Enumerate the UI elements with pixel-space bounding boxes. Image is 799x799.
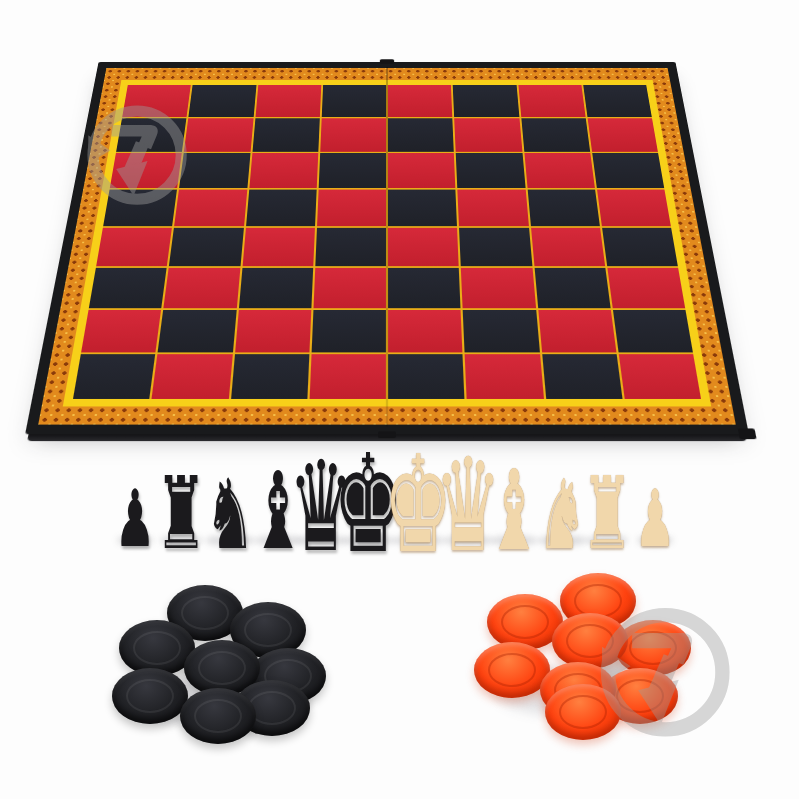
checker-disc-red — [615, 620, 691, 676]
board-square-0-2 — [255, 85, 321, 117]
board-square-6-5 — [463, 310, 539, 352]
board-square-1-7 — [587, 118, 657, 151]
product-photo-scene: ♟♜♞♝♛♚♚♛♝♞♜♟ — [0, 0, 799, 799]
board-square-3-3 — [317, 190, 386, 227]
board-square-1-6 — [521, 118, 590, 151]
board-square-1-4 — [388, 118, 454, 151]
board-square-7-7 — [619, 354, 701, 399]
checker-disc-black — [119, 620, 195, 676]
board-square-4-1 — [169, 228, 243, 266]
board-hinge-top — [380, 59, 394, 63]
board-corner-clasp — [738, 428, 757, 439]
checker-disc-black — [230, 602, 306, 658]
checker-disc-red — [602, 668, 678, 724]
checker-disc-black — [180, 688, 256, 744]
chess-piece-black-bishop: ♝ — [250, 458, 306, 565]
board-square-2-4 — [388, 153, 456, 188]
checker-disc-black — [234, 680, 310, 736]
piece-shadow — [342, 535, 394, 546]
board-square-2-3 — [318, 153, 386, 188]
board-square-1-2 — [252, 118, 320, 151]
piece-shadow — [296, 535, 346, 546]
piece-shadow — [443, 535, 493, 546]
board-square-5-2 — [238, 268, 313, 308]
board-square-0-1 — [189, 85, 256, 117]
board-square-3-5 — [458, 190, 529, 227]
board-square-0-0 — [122, 85, 191, 117]
chess-piece-black-pawn: ♟ — [114, 480, 155, 559]
piece-shadow — [537, 535, 587, 546]
checker-disc-black — [112, 668, 188, 724]
board-square-6-3 — [311, 310, 386, 352]
board-square-7-6 — [542, 354, 623, 399]
piece-shadow — [491, 535, 537, 546]
board-square-4-5 — [459, 228, 532, 266]
board-square-5-1 — [164, 268, 240, 308]
board-square-3-4 — [388, 190, 457, 227]
chess-piece-white-knight: ♞ — [537, 467, 587, 563]
board-square-5-6 — [534, 268, 610, 308]
piece-shadow — [255, 535, 301, 546]
black-pile-shadow — [128, 674, 308, 726]
board-square-7-2 — [231, 354, 310, 399]
checker-disc-black — [167, 585, 243, 641]
board-square-6-2 — [235, 310, 311, 352]
chess-piece-white-king: ♚ — [383, 438, 453, 572]
board-square-2-1 — [179, 153, 250, 188]
checker-disc-red — [540, 662, 616, 718]
chess-piece-black-rook: ♜ — [155, 464, 207, 564]
board-square-2-6 — [524, 153, 595, 188]
board-square-2-0 — [110, 153, 182, 188]
board-hinge-bottom — [378, 431, 396, 438]
piece-shadow — [637, 535, 673, 546]
board-square-4-4 — [388, 228, 459, 266]
piece-shadow — [586, 535, 628, 546]
board-square-5-4 — [388, 268, 461, 308]
board-square-6-7 — [613, 310, 693, 352]
checker-disc-red — [487, 594, 563, 650]
checker-disc-red — [474, 642, 550, 698]
chess-piece-white-rook: ♜ — [581, 464, 633, 564]
game-board — [25, 62, 749, 434]
board-square-7-0 — [73, 354, 155, 399]
board-square-7-1 — [152, 354, 233, 399]
board-square-6-0 — [81, 310, 161, 352]
board-square-0-4 — [388, 85, 453, 117]
checker-disc-black — [184, 640, 260, 696]
piece-shadow — [205, 535, 255, 546]
board-square-0-6 — [518, 85, 585, 117]
board-square-7-5 — [465, 354, 544, 399]
board-fold-line — [386, 67, 388, 427]
board-square-7-4 — [388, 354, 465, 399]
board-square-0-3 — [322, 85, 387, 117]
board-square-5-0 — [89, 268, 167, 308]
board-square-1-0 — [116, 118, 186, 151]
board-square-4-2 — [242, 228, 315, 266]
chess-piece-black-queen: ♛ — [289, 444, 354, 569]
board-square-3-1 — [174, 190, 246, 227]
piece-shadow — [160, 535, 202, 546]
chess-piece-black-knight: ♞ — [205, 466, 255, 563]
board-square-1-3 — [320, 118, 386, 151]
board-square-6-1 — [158, 310, 236, 352]
piece-shadow — [117, 535, 153, 546]
chess-piece-white-queen: ♛ — [434, 441, 501, 570]
board-square-1-5 — [454, 118, 522, 151]
board-square-2-5 — [456, 153, 525, 188]
board-square-4-3 — [315, 228, 386, 266]
board-square-0-7 — [583, 85, 652, 117]
board-square-3-0 — [103, 190, 177, 227]
red-pile-shadow — [495, 667, 675, 717]
checker-disc-red — [545, 684, 621, 740]
watermark-logo — [590, 597, 740, 747]
board-square-0-5 — [453, 85, 519, 117]
board-square-2-7 — [592, 153, 664, 188]
checker-disc-black — [250, 648, 326, 704]
board-square-1-1 — [184, 118, 253, 151]
board-square-5-3 — [313, 268, 386, 308]
chess-piece-black-king: ♚ — [333, 436, 404, 572]
piece-shadow — [392, 535, 444, 546]
board-square-4-6 — [531, 228, 605, 266]
board-square-2-2 — [249, 153, 318, 188]
board-square-4-0 — [96, 228, 172, 266]
board-square-5-5 — [461, 268, 536, 308]
checker-disc-red — [552, 613, 628, 669]
board-square-6-6 — [538, 310, 616, 352]
board-square-5-7 — [607, 268, 685, 308]
board-square-4-7 — [602, 228, 678, 266]
board-square-6-4 — [388, 310, 463, 352]
checker-disc-red — [560, 573, 636, 629]
board-square-3-6 — [527, 190, 599, 227]
board-square-3-7 — [597, 190, 671, 227]
chess-piece-white-bishop: ♝ — [485, 455, 543, 566]
chess-piece-white-pawn: ♟ — [634, 480, 675, 559]
board-square-7-3 — [309, 354, 386, 399]
board-square-3-2 — [246, 190, 317, 227]
